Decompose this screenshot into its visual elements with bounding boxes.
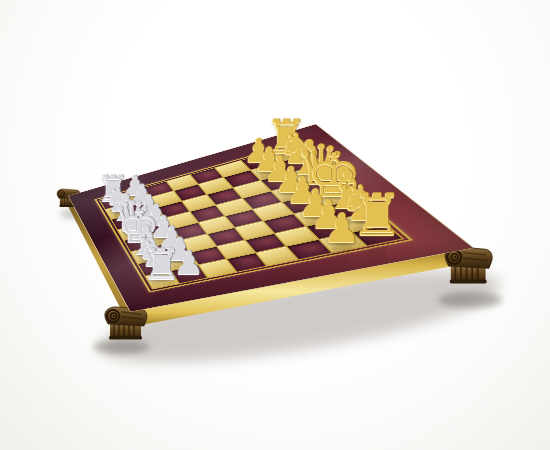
foot-right	[445, 247, 492, 284]
chess-set-photo: ♜♜♟♟♞♞♟♟♝♝♟♟♛♛♟♟♟♟♚♚♜♜♟♟♟♟♝♝♞♞♟♟♟♟♝♝♞♞♟♟…	[0, 0, 550, 450]
foot-front	[105, 307, 147, 340]
